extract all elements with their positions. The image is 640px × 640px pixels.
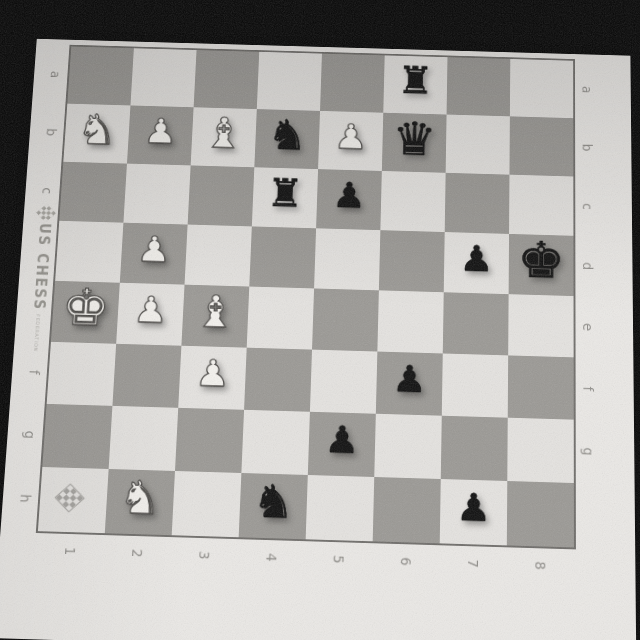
square-b5: ♟ xyxy=(318,111,383,171)
white-pawn-e2: ♟ xyxy=(133,291,169,328)
square-c6 xyxy=(380,171,445,232)
rank-label-6: 6 xyxy=(398,557,414,566)
black-pawn-g5: ♟ xyxy=(324,421,360,459)
square-d7: ♟ xyxy=(444,232,509,294)
black-rook-a6: ♜ xyxy=(397,62,434,100)
square-b8 xyxy=(509,116,573,176)
square-b3: ♝ xyxy=(191,107,257,167)
board-mat: US CHESS FEDERATION abcfgh ♜♞♟♝♞♟♛♜♟♟♟♚♚… xyxy=(0,39,636,640)
black-queen-b6: ♛ xyxy=(392,115,437,162)
square-h4: ♞ xyxy=(239,473,308,539)
square-a3 xyxy=(194,50,260,109)
square-e8 xyxy=(508,294,573,357)
white-pawn-f3: ♟ xyxy=(195,354,231,392)
rank-label-2: 2 xyxy=(129,549,145,558)
file-label-left-a: a xyxy=(48,71,63,79)
square-d4 xyxy=(249,226,316,288)
black-pawn-d7: ♟ xyxy=(459,240,493,276)
square-h3 xyxy=(172,471,242,537)
square-h8 xyxy=(507,481,574,547)
black-knight-b4: ♞ xyxy=(267,114,309,156)
square-c4: ♜ xyxy=(252,167,318,228)
square-a1 xyxy=(67,46,134,105)
square-b7 xyxy=(446,115,510,175)
square-e4 xyxy=(247,287,314,350)
file-label-right-b: b xyxy=(580,144,595,152)
square-d6 xyxy=(379,230,445,292)
us-chess-subtext: FEDERATION xyxy=(33,314,41,352)
square-g7 xyxy=(441,416,508,481)
square-c7 xyxy=(445,173,510,234)
square-d1 xyxy=(55,221,123,283)
square-d2: ♟ xyxy=(120,223,188,285)
square-c8 xyxy=(509,175,573,236)
square-a5 xyxy=(320,54,385,113)
square-e2: ♟ xyxy=(116,283,184,346)
square-e1: ♚ xyxy=(51,281,120,344)
square-b6: ♛ xyxy=(382,113,447,173)
square-e5 xyxy=(312,288,379,351)
square-h7: ♟ xyxy=(440,479,508,545)
file-label-left-f: f xyxy=(27,370,43,375)
black-pawn-h7: ♟ xyxy=(456,488,492,527)
square-f2 xyxy=(112,344,181,408)
square-g8 xyxy=(507,418,574,483)
white-pawn-b2: ♟ xyxy=(143,114,178,149)
file-label-right-d: d xyxy=(580,262,595,270)
square-h1 xyxy=(38,467,109,533)
white-pawn-b5: ♟ xyxy=(334,119,368,154)
square-d8: ♚ xyxy=(509,234,574,296)
square-g2 xyxy=(109,406,179,471)
rank-label-4: 4 xyxy=(263,553,279,562)
file-label-right-a: a xyxy=(580,86,595,94)
black-king-d8: ♚ xyxy=(517,235,565,286)
file-label-left-h: h xyxy=(17,494,33,503)
file-label-right-c: c xyxy=(580,203,595,210)
white-king-e1: ♚ xyxy=(60,282,111,334)
square-g5: ♟ xyxy=(308,412,376,477)
square-a6: ♜ xyxy=(383,55,447,114)
square-a8 xyxy=(510,59,573,118)
us-chess-corner-logo-icon xyxy=(56,485,84,512)
square-f6: ♟ xyxy=(376,352,443,416)
square-c5: ♟ xyxy=(316,169,382,230)
black-rook-c4: ♜ xyxy=(266,174,305,213)
rank-label-3: 3 xyxy=(196,551,212,560)
black-knight-h4: ♞ xyxy=(252,478,296,525)
photo-background: US CHESS FEDERATION abcfgh ♜♞♟♝♞♟♛♜♟♟♟♚♚… xyxy=(0,0,640,640)
square-b4: ♞ xyxy=(254,109,320,169)
square-b1: ♞ xyxy=(63,104,130,164)
square-f1 xyxy=(47,342,116,406)
square-g4 xyxy=(241,410,310,475)
file-label-left-b: b xyxy=(44,128,59,136)
white-knight-b1: ♞ xyxy=(76,108,119,150)
square-f7 xyxy=(442,353,508,417)
rank-label-8: 8 xyxy=(532,561,548,570)
file-label-left-c: c xyxy=(39,187,55,194)
chess-board: ♜♞♟♝♞♟♛♜♟♟♟♚♚♟♝♟♟♟♞♞♟ xyxy=(38,46,574,547)
file-labels-right: abcdefg xyxy=(573,61,603,549)
square-f5 xyxy=(310,350,377,414)
white-pawn-d2: ♟ xyxy=(136,231,172,267)
rank-label-1: 1 xyxy=(62,547,78,556)
square-h2: ♞ xyxy=(105,469,175,535)
square-h5 xyxy=(306,475,375,541)
square-e7 xyxy=(443,292,509,355)
white-knight-h2: ♞ xyxy=(118,474,163,521)
black-pawn-c5: ♟ xyxy=(332,177,367,213)
square-d3 xyxy=(185,225,252,287)
square-a7 xyxy=(447,57,511,116)
file-label-right-e: e xyxy=(580,323,595,331)
square-f4 xyxy=(244,348,312,412)
square-c1 xyxy=(59,162,127,223)
square-g1 xyxy=(42,404,112,469)
file-label-right-f: f xyxy=(580,386,595,391)
square-g3 xyxy=(175,408,244,473)
white-bishop-e3: ♝ xyxy=(194,289,238,334)
square-e3: ♝ xyxy=(181,285,249,348)
file-label-left-g: g xyxy=(22,431,38,440)
rank-label-7: 7 xyxy=(465,559,481,568)
square-c3 xyxy=(188,165,255,226)
rank-label-5: 5 xyxy=(331,555,347,564)
square-f8 xyxy=(508,355,574,419)
file-label-right-g: g xyxy=(581,447,597,456)
white-bishop-b3: ♝ xyxy=(203,111,246,154)
square-a2 xyxy=(130,48,196,107)
us-chess-logo-icon xyxy=(36,204,56,223)
square-e6 xyxy=(377,290,443,353)
square-d5 xyxy=(314,228,380,290)
square-b2: ♟ xyxy=(127,105,194,165)
square-c2 xyxy=(123,164,190,225)
square-a4 xyxy=(257,52,322,111)
black-pawn-f6: ♟ xyxy=(392,360,427,398)
square-h6 xyxy=(373,477,441,543)
square-g6 xyxy=(374,414,442,479)
square-f3: ♟ xyxy=(178,346,246,410)
us-chess-text: US CHESS xyxy=(30,223,53,311)
